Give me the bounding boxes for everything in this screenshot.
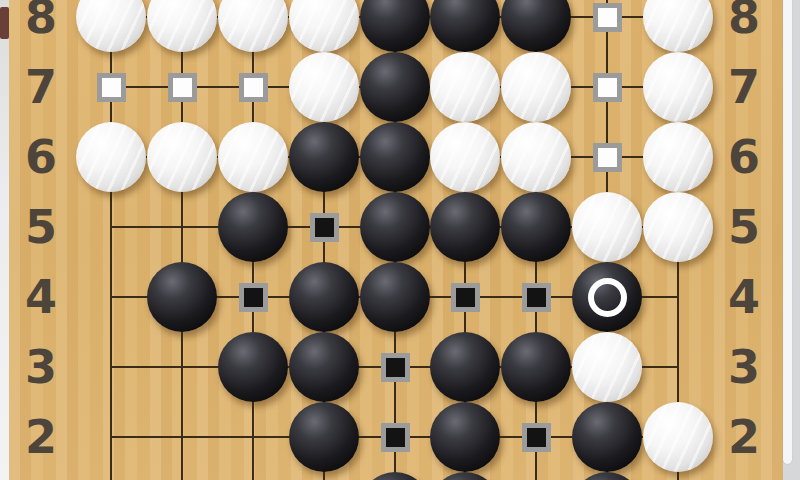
territory-marker-black: [310, 213, 339, 242]
stone-white: [430, 122, 500, 192]
row-label-left-7: 7: [13, 64, 69, 110]
stone-white: [643, 192, 713, 262]
territory-marker-black: [239, 283, 268, 312]
row-label-left-6: 6: [13, 134, 69, 180]
stone-white: [289, 52, 359, 122]
row-label-left-3: 3: [13, 344, 69, 390]
stone-white: [572, 192, 642, 262]
stone-white: [76, 122, 146, 192]
territory-marker-white: [97, 73, 126, 102]
row-label-left-5: 5: [13, 204, 69, 250]
stone-black: [430, 402, 500, 472]
stone-black: [360, 192, 430, 262]
stone-black: [501, 192, 571, 262]
row-label-left-8: 8: [13, 0, 69, 40]
territory-marker-white: [239, 73, 268, 102]
stone-black: [289, 262, 359, 332]
row-label-right-3: 3: [716, 344, 772, 390]
row-label-right-7: 7: [716, 64, 772, 110]
stone-white: [218, 122, 288, 192]
territory-marker-black: [381, 423, 410, 452]
stone-black: [289, 122, 359, 192]
row-label-right-2: 2: [716, 414, 772, 460]
page-left-margin: [0, 0, 9, 480]
stone-black: [289, 402, 359, 472]
stone-black: [572, 262, 642, 332]
row-label-right-6: 6: [716, 134, 772, 180]
row-label-right-8: 8: [716, 0, 772, 40]
territory-marker-black: [522, 423, 551, 452]
stone-white: [501, 122, 571, 192]
stone-black: [501, 332, 571, 402]
stone-white: [643, 52, 713, 122]
scrollbar-thumb[interactable]: [783, 0, 792, 464]
stone-black: [218, 332, 288, 402]
stone-white: [430, 52, 500, 122]
stone-white: [643, 122, 713, 192]
go-game-screen: 87654328765432: [0, 0, 800, 480]
territory-marker-white: [593, 73, 622, 102]
stone-white: [643, 402, 713, 472]
row-label-left-2: 2: [13, 414, 69, 460]
stone-white: [572, 332, 642, 402]
stone-white: [147, 122, 217, 192]
territory-marker-black: [451, 283, 480, 312]
stone-black: [360, 122, 430, 192]
stone-black: [360, 52, 430, 122]
stone-black: [218, 192, 288, 262]
last-move-marker: [588, 278, 627, 317]
stone-black: [147, 262, 217, 332]
row-label-left-4: 4: [13, 274, 69, 320]
board-edge-grain: [0, 7, 9, 39]
territory-marker-white: [168, 73, 197, 102]
stone-black: [360, 262, 430, 332]
territory-marker-white: [593, 3, 622, 32]
stone-black: [289, 332, 359, 402]
territory-marker-black: [381, 353, 410, 382]
row-label-right-5: 5: [716, 204, 772, 250]
stone-white: [501, 52, 571, 122]
territory-marker-black: [522, 283, 551, 312]
stone-black: [430, 192, 500, 262]
scrollbar-track[interactable]: [783, 0, 800, 480]
row-label-right-4: 4: [716, 274, 772, 320]
stone-black: [430, 332, 500, 402]
stone-black: [572, 402, 642, 472]
territory-marker-white: [593, 143, 622, 172]
